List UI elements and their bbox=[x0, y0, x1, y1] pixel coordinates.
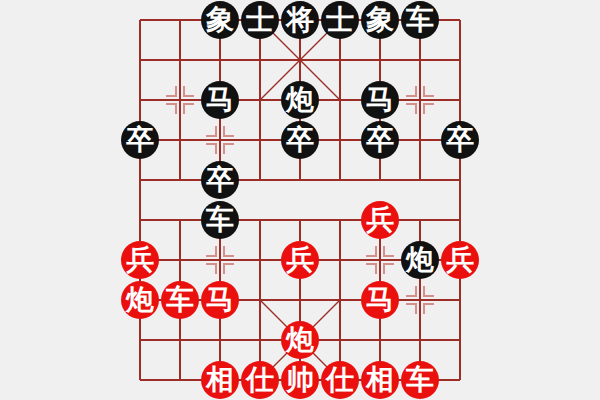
pieces-layer: 象士将士象车马炮马卒卒卒卒卒车炮兵兵兵兵炮车马马炮相仕帅仕相车 bbox=[0, 0, 600, 400]
piece-red-general[interactable]: 帅 bbox=[281, 361, 319, 399]
piece-red-pawn[interactable]: 兵 bbox=[281, 241, 319, 279]
xiangqi-board: 象士将士象车马炮马卒卒卒卒卒车炮兵兵兵兵炮车马马炮相仕帅仕相车 bbox=[0, 0, 600, 400]
piece-red-cannon[interactable]: 炮 bbox=[281, 321, 319, 359]
piece-black-chariot[interactable]: 车 bbox=[201, 201, 239, 239]
piece-red-pawn[interactable]: 兵 bbox=[441, 241, 479, 279]
piece-red-chariot[interactable]: 车 bbox=[161, 281, 199, 319]
piece-black-elephant[interactable]: 象 bbox=[361, 1, 399, 39]
piece-red-pawn[interactable]: 兵 bbox=[361, 201, 399, 239]
piece-red-cannon[interactable]: 炮 bbox=[121, 281, 159, 319]
piece-black-advisor[interactable]: 士 bbox=[241, 1, 279, 39]
piece-red-advisor[interactable]: 仕 bbox=[241, 361, 279, 399]
piece-black-pawn[interactable]: 卒 bbox=[281, 121, 319, 159]
piece-red-elephant[interactable]: 相 bbox=[201, 361, 239, 399]
piece-red-chariot[interactable]: 车 bbox=[401, 361, 439, 399]
piece-black-advisor[interactable]: 士 bbox=[321, 1, 359, 39]
piece-black-cannon[interactable]: 炮 bbox=[281, 81, 319, 119]
piece-black-horse[interactable]: 马 bbox=[361, 81, 399, 119]
piece-red-advisor[interactable]: 仕 bbox=[321, 361, 359, 399]
piece-black-elephant[interactable]: 象 bbox=[201, 1, 239, 39]
piece-red-horse[interactable]: 马 bbox=[361, 281, 399, 319]
piece-black-chariot[interactable]: 车 bbox=[401, 1, 439, 39]
piece-black-general[interactable]: 将 bbox=[281, 1, 319, 39]
piece-red-elephant[interactable]: 相 bbox=[361, 361, 399, 399]
piece-red-pawn[interactable]: 兵 bbox=[121, 241, 159, 279]
piece-red-horse[interactable]: 马 bbox=[201, 281, 239, 319]
piece-black-pawn[interactable]: 卒 bbox=[361, 121, 399, 159]
piece-black-pawn[interactable]: 卒 bbox=[121, 121, 159, 159]
piece-black-horse[interactable]: 马 bbox=[201, 81, 239, 119]
piece-black-pawn[interactable]: 卒 bbox=[441, 121, 479, 159]
piece-black-pawn[interactable]: 卒 bbox=[201, 161, 239, 199]
piece-black-cannon[interactable]: 炮 bbox=[401, 241, 439, 279]
